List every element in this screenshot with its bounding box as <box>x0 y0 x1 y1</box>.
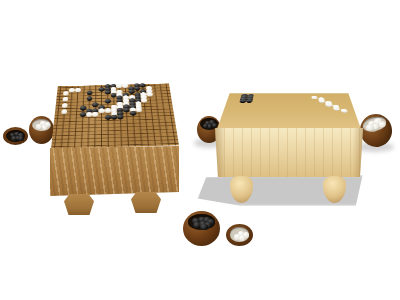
go-board-right-grid <box>216 93 362 132</box>
black-stone <box>105 90 111 95</box>
white-stone <box>75 88 81 93</box>
white-stone <box>146 92 152 97</box>
bowl-opening <box>6 130 25 142</box>
scene <box>0 0 400 300</box>
black-stone <box>87 90 93 95</box>
go-board-left-front <box>50 146 179 196</box>
white-stone-bowl-left <box>29 116 54 144</box>
white-stone <box>61 109 68 114</box>
white-stone <box>105 108 111 113</box>
white-stone <box>243 232 249 238</box>
white-stone <box>340 108 348 112</box>
white-stone <box>62 103 69 108</box>
white-stone <box>318 99 325 103</box>
black-stone <box>130 111 137 116</box>
bowl-opening <box>230 227 250 242</box>
white-stone <box>98 108 104 113</box>
bowl-opening <box>188 214 215 229</box>
go-board-right-front <box>215 128 363 177</box>
black-stone <box>117 114 124 119</box>
bowl-opening <box>32 119 51 131</box>
white-stone <box>333 107 341 111</box>
board-leg <box>131 192 161 213</box>
black-stone <box>105 115 111 120</box>
black-stone <box>128 89 134 94</box>
bowl-opening <box>361 115 387 135</box>
white-stone <box>311 96 318 100</box>
black-stone <box>200 224 208 230</box>
black-stone <box>18 136 24 141</box>
black-stone <box>80 112 86 117</box>
black-stone <box>86 96 92 101</box>
white-stone <box>141 98 148 103</box>
black-stone-bowl-bottom <box>183 211 220 246</box>
board-leg <box>64 194 94 215</box>
white-stone <box>122 84 128 88</box>
white-stone <box>63 91 69 96</box>
black-stone-lid-left <box>3 127 28 145</box>
black-stone <box>203 124 208 129</box>
white-stone <box>325 103 332 107</box>
white-stone <box>366 124 374 131</box>
white-stone <box>92 112 98 117</box>
black-stone <box>246 99 253 103</box>
white-stone <box>378 121 386 128</box>
white-stone-lid-bottom <box>226 224 253 246</box>
black-stone <box>80 106 86 111</box>
white-stone <box>136 107 143 112</box>
white-stone <box>62 97 68 102</box>
go-board-left-grid <box>51 83 179 148</box>
black-stone <box>105 99 111 104</box>
white-stone <box>45 122 51 127</box>
